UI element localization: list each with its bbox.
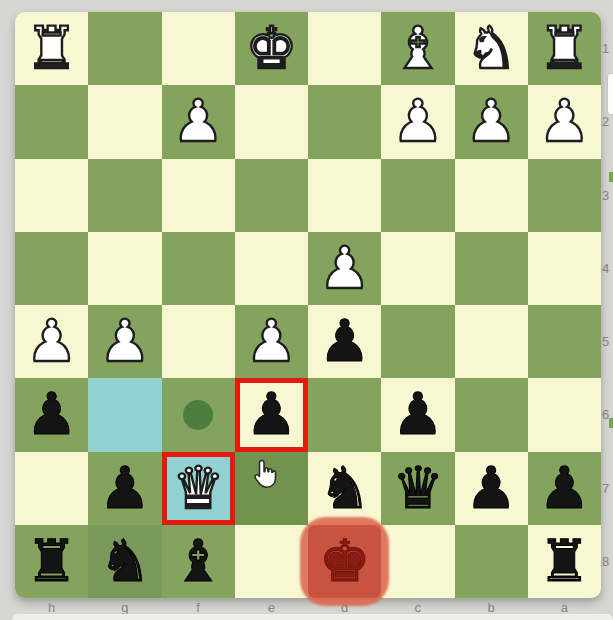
piece-black-king[interactable]: ♚ xyxy=(319,525,371,598)
bottom-panel-edge xyxy=(12,614,613,620)
piece-white-rook[interactable]: ♜ xyxy=(26,12,78,85)
square-f5[interactable] xyxy=(162,305,235,378)
square-d6[interactable] xyxy=(308,378,381,451)
piece-black-knight[interactable]: ♞ xyxy=(99,525,151,598)
square-a3[interactable] xyxy=(528,159,601,232)
square-h5[interactable]: ♟ xyxy=(15,305,88,378)
square-a6[interactable] xyxy=(528,378,601,451)
pointer-hand-cursor-icon xyxy=(249,458,283,496)
red-annotation-box xyxy=(162,452,235,525)
square-e5[interactable]: ♟ xyxy=(235,305,308,378)
piece-white-pawn[interactable]: ♟ xyxy=(465,85,517,158)
right-edge-dash-1 xyxy=(609,172,613,182)
square-c7[interactable]: ♛ xyxy=(381,452,454,525)
square-e1[interactable]: ♚ xyxy=(235,12,308,85)
square-a5[interactable] xyxy=(528,305,601,378)
square-g1[interactable] xyxy=(88,12,161,85)
square-d1[interactable] xyxy=(308,12,381,85)
square-b8[interactable] xyxy=(455,525,528,598)
piece-white-knight[interactable]: ♞ xyxy=(465,12,517,85)
right-edge-tab xyxy=(608,74,613,114)
square-g6[interactable] xyxy=(88,378,161,451)
piece-black-pawn[interactable]: ♟ xyxy=(465,452,517,525)
square-d5[interactable]: ♟ xyxy=(308,305,381,378)
square-d3[interactable] xyxy=(308,159,381,232)
piece-white-pawn[interactable]: ♟ xyxy=(26,305,78,378)
square-c4[interactable] xyxy=(381,232,454,305)
square-e6[interactable]: ♟ xyxy=(235,378,308,451)
square-h4[interactable] xyxy=(15,232,88,305)
piece-white-rook[interactable]: ♜ xyxy=(538,12,590,85)
piece-black-pawn[interactable]: ♟ xyxy=(99,452,151,525)
piece-black-rook[interactable]: ♜ xyxy=(538,525,590,598)
square-h1[interactable]: ♜ xyxy=(15,12,88,85)
piece-black-pawn[interactable]: ♟ xyxy=(538,452,590,525)
rank-label-6: 6 xyxy=(602,378,613,451)
square-h2[interactable] xyxy=(15,85,88,158)
move-dest-dot xyxy=(183,400,213,430)
square-f7[interactable]: ♛ xyxy=(162,452,235,525)
square-c5[interactable] xyxy=(381,305,454,378)
piece-white-pawn[interactable]: ♟ xyxy=(172,85,224,158)
square-f6[interactable] xyxy=(162,378,235,451)
square-d8[interactable]: ♚ xyxy=(308,525,381,598)
square-d2[interactable] xyxy=(308,85,381,158)
piece-black-knight[interactable]: ♞ xyxy=(319,452,371,525)
square-f2[interactable]: ♟ xyxy=(162,85,235,158)
square-a4[interactable] xyxy=(528,232,601,305)
square-h6[interactable]: ♟ xyxy=(15,378,88,451)
square-g5[interactable]: ♟ xyxy=(88,305,161,378)
rank-label-3: 3 xyxy=(602,159,613,232)
square-b3[interactable] xyxy=(455,159,528,232)
piece-black-queen[interactable]: ♛ xyxy=(392,452,444,525)
square-g7[interactable]: ♟ xyxy=(88,452,161,525)
square-g2[interactable] xyxy=(88,85,161,158)
square-c2[interactable]: ♟ xyxy=(381,85,454,158)
square-c3[interactable] xyxy=(381,159,454,232)
square-b7[interactable]: ♟ xyxy=(455,452,528,525)
right-edge-dash-2 xyxy=(609,418,613,428)
square-h3[interactable] xyxy=(15,159,88,232)
piece-black-pawn[interactable]: ♟ xyxy=(26,378,78,451)
square-f4[interactable] xyxy=(162,232,235,305)
piece-white-pawn[interactable]: ♟ xyxy=(245,305,297,378)
piece-white-pawn[interactable]: ♟ xyxy=(99,305,151,378)
square-h7[interactable] xyxy=(15,452,88,525)
piece-white-pawn[interactable]: ♟ xyxy=(538,85,590,158)
square-f1[interactable] xyxy=(162,12,235,85)
square-c1[interactable]: ♝ xyxy=(381,12,454,85)
square-a7[interactable]: ♟ xyxy=(528,452,601,525)
piece-white-pawn[interactable]: ♟ xyxy=(392,85,444,158)
square-e7[interactable] xyxy=(235,452,308,525)
piece-white-king[interactable]: ♚ xyxy=(245,12,297,85)
square-g3[interactable] xyxy=(88,159,161,232)
piece-white-bishop[interactable]: ♝ xyxy=(392,12,444,85)
square-e8[interactable] xyxy=(235,525,308,598)
piece-black-pawn[interactable]: ♟ xyxy=(319,305,371,378)
piece-black-pawn[interactable]: ♟ xyxy=(392,378,444,451)
piece-black-bishop[interactable]: ♝ xyxy=(172,525,224,598)
rank-label-8: 8 xyxy=(602,525,613,598)
piece-black-rook[interactable]: ♜ xyxy=(26,525,78,598)
square-a8[interactable]: ♜ xyxy=(528,525,601,598)
chess-board: ♜♚♝♞♜♟♟♟♟♟♟♟♟♟♟♟♟♟♛♞♛♟♟♜♞♝♚♜ xyxy=(15,12,601,598)
square-g8[interactable]: ♞ xyxy=(88,525,161,598)
square-g4[interactable] xyxy=(88,232,161,305)
square-b4[interactable] xyxy=(455,232,528,305)
square-b5[interactable] xyxy=(455,305,528,378)
piece-white-pawn[interactable]: ♟ xyxy=(319,232,371,305)
square-f8[interactable]: ♝ xyxy=(162,525,235,598)
square-b6[interactable] xyxy=(455,378,528,451)
square-a1[interactable]: ♜ xyxy=(528,12,601,85)
square-f3[interactable] xyxy=(162,159,235,232)
square-e2[interactable] xyxy=(235,85,308,158)
square-b1[interactable]: ♞ xyxy=(455,12,528,85)
square-e3[interactable] xyxy=(235,159,308,232)
square-d4[interactable]: ♟ xyxy=(308,232,381,305)
rank-label-5: 5 xyxy=(602,305,613,378)
rank-label-7: 7 xyxy=(602,452,613,525)
square-e4[interactable] xyxy=(235,232,308,305)
rank-label-4: 4 xyxy=(602,232,613,305)
square-c8[interactable] xyxy=(381,525,454,598)
red-annotation-box xyxy=(235,378,308,451)
square-c6[interactable]: ♟ xyxy=(381,378,454,451)
square-a2[interactable]: ♟ xyxy=(528,85,601,158)
square-b2[interactable]: ♟ xyxy=(455,85,528,158)
square-h8[interactable]: ♜ xyxy=(15,525,88,598)
square-d7[interactable]: ♞ xyxy=(308,452,381,525)
